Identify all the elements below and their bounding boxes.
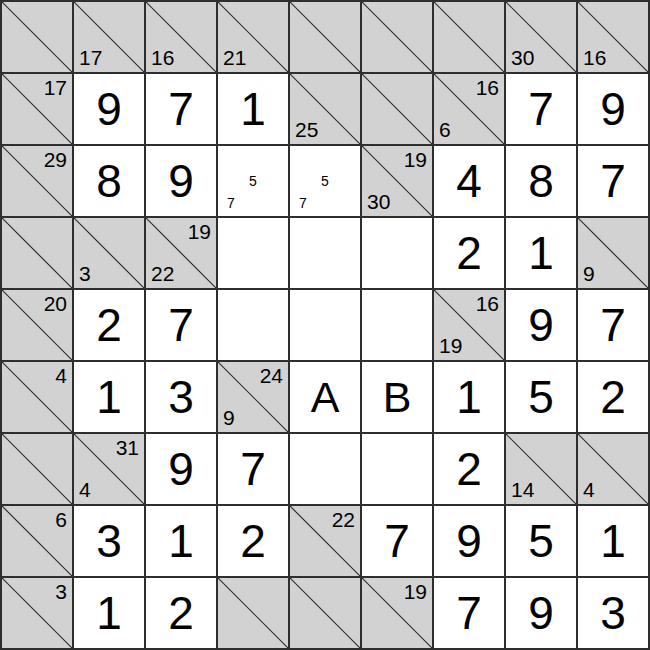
entry-cell-r8c8[interactable]: 3 xyxy=(578,578,648,648)
block-cell-r0c6 xyxy=(434,2,504,72)
clue-cell-r2c0: 29 xyxy=(2,146,72,216)
entry-digit: 7 xyxy=(168,86,194,132)
entry-cell-r1c2[interactable]: 7 xyxy=(146,74,216,144)
entry-digit: 1 xyxy=(600,518,626,564)
entry-cell-r7c7[interactable]: 5 xyxy=(506,506,576,576)
entry-letter: B xyxy=(383,376,412,419)
down-clue: 21 xyxy=(223,47,246,68)
clue-cell-r6c8: 4 xyxy=(578,434,648,504)
across-clue: 16 xyxy=(476,77,499,98)
entry-cell-r6c5[interactable] xyxy=(362,434,432,504)
block-cell-r0c5 xyxy=(362,2,432,72)
entry-cell-r5c8[interactable]: 2 xyxy=(578,362,648,432)
across-clue: 3 xyxy=(55,581,67,602)
entry-cell-r5c7[interactable]: 5 xyxy=(506,362,576,432)
down-clue: 9 xyxy=(583,263,595,284)
entry-cell-r7c5[interactable]: 7 xyxy=(362,506,432,576)
entry-cell-r3c6[interactable]: 2 xyxy=(434,218,504,288)
clue-cell-r0c7: 30 xyxy=(506,2,576,72)
entry-cell-r1c1[interactable]: 9 xyxy=(74,74,144,144)
diagonal-line xyxy=(218,578,288,648)
entry-digit: 9 xyxy=(168,446,194,492)
entry-digit: 9 xyxy=(528,590,554,636)
kakuro-board: 1716213016179712516679298957571930487319… xyxy=(0,0,650,650)
entry-cell-r7c8[interactable]: 1 xyxy=(578,506,648,576)
entry-digit: 7 xyxy=(528,86,554,132)
clue-cell-r0c8: 16 xyxy=(578,2,648,72)
clue-cell-r6c7: 14 xyxy=(506,434,576,504)
entry-cell-r4c4[interactable] xyxy=(290,290,360,360)
entry-cell-r2c8[interactable]: 7 xyxy=(578,146,648,216)
entry-digit: 7 xyxy=(600,302,626,348)
across-clue: 19 xyxy=(404,581,427,602)
entry-digit: 3 xyxy=(96,518,122,564)
clue-cell-r7c4: 22 xyxy=(290,506,360,576)
entry-digit: 7 xyxy=(240,446,266,492)
entry-cell-r7c2[interactable]: 1 xyxy=(146,506,216,576)
entry-cell-r4c1[interactable]: 2 xyxy=(74,290,144,360)
down-clue: 4 xyxy=(583,479,595,500)
clue-cell-r1c4: 25 xyxy=(290,74,360,144)
entry-cell-r3c7[interactable]: 1 xyxy=(506,218,576,288)
candidate-grid: 57 xyxy=(220,148,286,214)
entry-digit: 9 xyxy=(528,302,554,348)
clue-cell-r8c5: 19 xyxy=(362,578,432,648)
entry-digit: 2 xyxy=(240,518,266,564)
entry-digit: 9 xyxy=(168,158,194,204)
entry-cell-r2c2[interactable]: 9 xyxy=(146,146,216,216)
candidate-digit: 5 xyxy=(314,170,336,192)
entry-digit: 1 xyxy=(96,590,122,636)
entry-digit: 8 xyxy=(528,158,554,204)
across-clue: 17 xyxy=(44,77,67,98)
down-clue: 25 xyxy=(295,119,318,140)
entry-cell-r5c4[interactable]: A xyxy=(290,362,360,432)
clue-cell-r3c8: 9 xyxy=(578,218,648,288)
entry-digit: 2 xyxy=(456,446,482,492)
entry-digit: 7 xyxy=(600,158,626,204)
diagonal-line xyxy=(362,74,432,144)
candidate-digit: 7 xyxy=(220,192,242,214)
across-clue: 4 xyxy=(55,365,67,386)
clue-cell-r6c1: 314 xyxy=(74,434,144,504)
clue-cell-r5c0: 4 xyxy=(2,362,72,432)
entry-digit: 7 xyxy=(456,590,482,636)
block-cell-r6c0 xyxy=(2,434,72,504)
down-clue: 16 xyxy=(151,47,174,68)
entry-digit: 9 xyxy=(456,518,482,564)
across-clue: 29 xyxy=(44,149,67,170)
clue-cell-r4c6: 1619 xyxy=(434,290,504,360)
clue-cell-r7c0: 6 xyxy=(2,506,72,576)
entry-digit: 1 xyxy=(96,374,122,420)
down-clue: 30 xyxy=(511,47,534,68)
entry-cell-r6c3[interactable]: 7 xyxy=(218,434,288,504)
entry-cell-r5c5[interactable]: B xyxy=(362,362,432,432)
entry-cell-r8c1[interactable]: 1 xyxy=(74,578,144,648)
entry-cell-r4c8[interactable]: 7 xyxy=(578,290,648,360)
down-clue: 14 xyxy=(511,479,534,500)
across-clue: 22 xyxy=(332,509,355,530)
clue-cell-r5c3: 249 xyxy=(218,362,288,432)
entry-digit: 7 xyxy=(168,302,194,348)
entry-cell-r7c3[interactable]: 2 xyxy=(218,506,288,576)
block-cell-r8c4 xyxy=(290,578,360,648)
entry-cell-r8c6[interactable]: 7 xyxy=(434,578,504,648)
across-clue: 19 xyxy=(404,149,427,170)
entry-digit: 2 xyxy=(168,590,194,636)
diagonal-line xyxy=(434,2,504,72)
diagonal-line xyxy=(290,2,360,72)
block-cell-r1c5 xyxy=(362,74,432,144)
entry-cell-r7c6[interactable]: 9 xyxy=(434,506,504,576)
candidate-digit: 7 xyxy=(292,192,314,214)
entry-cell-r8c2[interactable]: 2 xyxy=(146,578,216,648)
entry-digit: 1 xyxy=(528,230,554,276)
clue-cell-r0c2: 16 xyxy=(146,2,216,72)
down-clue: 9 xyxy=(223,407,235,428)
across-clue: 16 xyxy=(476,293,499,314)
entry-cell-r3c3[interactable] xyxy=(218,218,288,288)
down-clue: 3 xyxy=(79,263,91,284)
entry-digit: 1 xyxy=(168,518,194,564)
clue-cell-r1c6: 166 xyxy=(434,74,504,144)
entry-cell-r5c1[interactable]: 1 xyxy=(74,362,144,432)
diagonal-line xyxy=(362,2,432,72)
entry-digit: 8 xyxy=(96,158,122,204)
entry-cell-r4c7[interactable]: 9 xyxy=(506,290,576,360)
entry-digit: 2 xyxy=(96,302,122,348)
clue-cell-r4c0: 20 xyxy=(2,290,72,360)
down-clue: 6 xyxy=(439,119,451,140)
entry-digit: 3 xyxy=(168,374,194,420)
entry-cell-r5c6[interactable]: 1 xyxy=(434,362,504,432)
entry-cell-r3c5[interactable] xyxy=(362,218,432,288)
entry-cell-r1c7[interactable]: 7 xyxy=(506,74,576,144)
entry-digit: 1 xyxy=(240,86,266,132)
down-clue: 19 xyxy=(439,335,462,356)
down-clue: 30 xyxy=(367,191,390,212)
entry-cell-r2c7[interactable]: 8 xyxy=(506,146,576,216)
down-clue: 17 xyxy=(79,47,102,68)
entry-digit: 5 xyxy=(528,374,554,420)
clue-cell-r2c5: 1930 xyxy=(362,146,432,216)
entry-cell-r6c2[interactable]: 9 xyxy=(146,434,216,504)
entry-digit: 9 xyxy=(96,86,122,132)
entry-cell-r2c6[interactable]: 4 xyxy=(434,146,504,216)
entry-cell-r1c8[interactable]: 9 xyxy=(578,74,648,144)
block-cell-r0c4 xyxy=(290,2,360,72)
across-clue: 6 xyxy=(55,509,67,530)
entry-digit: 2 xyxy=(600,374,626,420)
down-clue: 22 xyxy=(151,263,174,284)
entry-cell-r5c2[interactable]: 3 xyxy=(146,362,216,432)
diagonal-line xyxy=(2,434,72,504)
entry-digit: 9 xyxy=(600,86,626,132)
block-cell-r3c0 xyxy=(2,218,72,288)
across-clue: 19 xyxy=(188,221,211,242)
across-clue: 31 xyxy=(116,437,139,458)
entry-cell-r2c4[interactable]: 57 xyxy=(290,146,360,216)
entry-cell-r2c1[interactable]: 8 xyxy=(74,146,144,216)
diagonal-line xyxy=(2,218,72,288)
across-clue: 24 xyxy=(260,365,283,386)
entry-cell-r1c3[interactable]: 1 xyxy=(218,74,288,144)
block-cell-r0c0 xyxy=(2,2,72,72)
entry-digit: 1 xyxy=(456,374,482,420)
entry-cell-r6c4[interactable] xyxy=(290,434,360,504)
entry-digit: 4 xyxy=(456,158,482,204)
entry-cell-r8c7[interactable]: 9 xyxy=(506,578,576,648)
diagonal-line xyxy=(2,2,72,72)
candidate-grid: 57 xyxy=(292,148,358,214)
clue-cell-r3c1: 3 xyxy=(74,218,144,288)
entry-cell-r4c3[interactable] xyxy=(218,290,288,360)
clue-cell-r0c1: 17 xyxy=(74,2,144,72)
clue-cell-r1c0: 17 xyxy=(2,74,72,144)
entry-cell-r4c2[interactable]: 7 xyxy=(146,290,216,360)
entry-cell-r3c4[interactable] xyxy=(290,218,360,288)
entry-cell-r6c6[interactable]: 2 xyxy=(434,434,504,504)
across-clue: 20 xyxy=(44,293,67,314)
down-clue: 16 xyxy=(583,47,606,68)
diagonal-line xyxy=(290,578,360,648)
entry-cell-r2c3[interactable]: 57 xyxy=(218,146,288,216)
clue-cell-r0c3: 21 xyxy=(218,2,288,72)
entry-digit: 3 xyxy=(600,590,626,636)
entry-digit: 2 xyxy=(456,230,482,276)
clue-cell-r3c2: 1922 xyxy=(146,218,216,288)
down-clue: 4 xyxy=(79,479,91,500)
block-cell-r8c3 xyxy=(218,578,288,648)
entry-letter: A xyxy=(311,376,340,419)
entry-digit: 7 xyxy=(384,518,410,564)
entry-digit: 5 xyxy=(528,518,554,564)
candidate-digit: 5 xyxy=(242,170,264,192)
entry-cell-r7c1[interactable]: 3 xyxy=(74,506,144,576)
entry-cell-r4c5[interactable] xyxy=(362,290,432,360)
clue-cell-r8c0: 3 xyxy=(2,578,72,648)
